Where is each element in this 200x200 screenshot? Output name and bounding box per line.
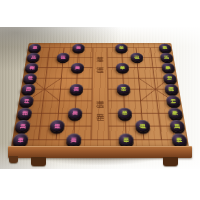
piece-character: 馬 xyxy=(19,123,27,129)
piece-red-soldier[interactable]: 兵 xyxy=(66,134,81,147)
piece-character: 車 xyxy=(32,45,38,50)
piece-green-cannon[interactable]: 砲 xyxy=(135,120,150,132)
piece-green-soldier[interactable]: 卒 xyxy=(119,134,134,147)
piece-character: 兵 xyxy=(74,65,80,70)
piece-character: 相 xyxy=(21,110,28,116)
piece-character: 馬 xyxy=(30,55,37,60)
piece-character: 兵 xyxy=(75,45,81,50)
piece-red-cannon[interactable]: 炮 xyxy=(57,53,70,62)
xiangqi-board: 楚 河 漢 界 車馬相仕帥仕相馬車炮炮兵兵兵兵兵卒卒卒卒卒砲砲車馬象士將士象馬車 xyxy=(11,43,189,147)
piece-red-soldier[interactable]: 兵 xyxy=(71,63,84,72)
piece-red-soldier[interactable]: 兵 xyxy=(72,44,85,53)
piece-green-advisor[interactable]: 士 xyxy=(165,96,180,107)
piece-character: 將 xyxy=(168,87,175,92)
board-foot-right xyxy=(163,157,178,166)
piece-red-advisor[interactable]: 仕 xyxy=(23,73,38,83)
piece-character: 車 xyxy=(162,45,168,50)
piece-character: 馬 xyxy=(163,55,170,60)
piece-character: 帥 xyxy=(25,87,32,92)
piece-character: 車 xyxy=(17,137,25,144)
piece-green-soldier[interactable]: 卒 xyxy=(116,63,129,72)
piece-character: 卒 xyxy=(120,87,127,92)
piece-red-soldier[interactable]: 兵 xyxy=(69,84,83,94)
photo-scene: 楚 河 漢 界 車馬相仕帥仕相馬車炮炮兵兵兵兵兵卒卒卒卒卒砲砲車馬象士將士象馬車 xyxy=(0,0,200,200)
board-foot-left xyxy=(31,157,46,166)
piece-green-elephant[interactable]: 象 xyxy=(161,63,175,72)
piece-green-horse[interactable]: 馬 xyxy=(159,53,173,62)
piece-character: 卒 xyxy=(119,45,125,50)
piece-red-elephant[interactable]: 相 xyxy=(25,63,39,72)
piece-character: 卒 xyxy=(122,110,129,116)
piece-character: 卒 xyxy=(123,137,130,144)
piece-green-chariot[interactable]: 車 xyxy=(158,44,171,53)
piece-character: 兵 xyxy=(70,137,77,144)
piece-green-elephant[interactable]: 象 xyxy=(167,108,183,119)
piece-red-general[interactable]: 帥 xyxy=(21,84,36,94)
piece-character: 砲 xyxy=(139,123,146,129)
piece-green-soldier[interactable]: 卒 xyxy=(118,108,133,119)
piece-red-cannon[interactable]: 炮 xyxy=(49,120,64,132)
board-foot-far-left xyxy=(9,156,18,163)
piece-green-advisor[interactable]: 士 xyxy=(162,73,177,83)
piece-green-horse[interactable]: 馬 xyxy=(169,120,185,132)
piece-red-horse[interactable]: 馬 xyxy=(27,53,41,62)
piece-character: 兵 xyxy=(73,87,80,92)
piece-character: 車 xyxy=(175,137,183,144)
piece-red-chariot[interactable]: 車 xyxy=(28,44,41,53)
piece-green-soldier[interactable]: 卒 xyxy=(115,44,128,53)
piece-character: 仕 xyxy=(23,98,30,104)
pieces-layer: 車馬相仕帥仕相馬車炮炮兵兵兵兵兵卒卒卒卒卒砲砲車馬象士將士象馬車 xyxy=(11,43,189,147)
piece-green-general[interactable]: 將 xyxy=(164,84,179,94)
piece-character: 仕 xyxy=(27,76,34,81)
piece-red-elephant[interactable]: 相 xyxy=(17,108,33,119)
piece-character: 兵 xyxy=(72,110,79,116)
piece-red-advisor[interactable]: 仕 xyxy=(19,96,34,107)
piece-green-cannon[interactable]: 砲 xyxy=(130,53,143,62)
piece-red-soldier[interactable]: 兵 xyxy=(68,108,83,119)
board-wood-surface: 楚 河 漢 界 車馬相仕帥仕相馬車炮炮兵兵兵兵兵卒卒卒卒卒砲砲車馬象士將士象馬車 xyxy=(11,43,189,147)
piece-character: 炮 xyxy=(60,55,66,60)
piece-character: 砲 xyxy=(134,55,140,60)
piece-character: 象 xyxy=(171,110,178,116)
piece-character: 士 xyxy=(169,98,176,104)
piece-green-chariot[interactable]: 車 xyxy=(171,134,188,147)
piece-character: 相 xyxy=(29,65,36,70)
piece-red-chariot[interactable]: 車 xyxy=(13,134,30,147)
piece-red-horse[interactable]: 馬 xyxy=(15,120,31,132)
piece-green-soldier[interactable]: 卒 xyxy=(117,84,131,94)
piece-character: 炮 xyxy=(54,123,61,129)
piece-character: 卒 xyxy=(120,65,126,70)
piece-character: 士 xyxy=(166,76,173,81)
piece-character: 馬 xyxy=(173,123,181,129)
piece-character: 象 xyxy=(165,65,172,70)
